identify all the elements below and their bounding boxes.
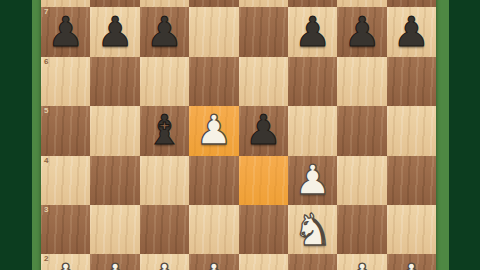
square-g2[interactable]: ♟: [337, 254, 386, 270]
square-b7[interactable]: ♟: [90, 7, 139, 56]
rank-label-3: 3: [44, 206, 48, 214]
white-pawn-d2[interactable]: ♟: [189, 254, 238, 270]
black-pawn-h7[interactable]: ♟: [387, 7, 436, 56]
white-pawn-d5[interactable]: ♟: [189, 106, 238, 155]
square-d3[interactable]: [189, 205, 238, 254]
square-f7[interactable]: ♟: [288, 7, 337, 56]
square-a6[interactable]: 6: [41, 57, 90, 106]
square-d5[interactable]: ♟: [189, 106, 238, 155]
square-h6[interactable]: [387, 57, 436, 106]
square-e3[interactable]: [239, 205, 288, 254]
square-h7[interactable]: ♟: [387, 7, 436, 56]
square-a8[interactable]: [41, 0, 90, 7]
square-e7[interactable]: [239, 7, 288, 56]
square-e6[interactable]: [239, 57, 288, 106]
square-b5[interactable]: [90, 106, 139, 155]
white-pawn-h2[interactable]: ♟: [387, 254, 436, 270]
square-d6[interactable]: [189, 57, 238, 106]
white-knight-f3[interactable]: ♞: [288, 205, 337, 254]
square-b8[interactable]: [90, 0, 139, 7]
square-f5[interactable]: [288, 106, 337, 155]
square-b4[interactable]: [90, 156, 139, 205]
square-a4[interactable]: 4: [41, 156, 90, 205]
square-e4[interactable]: [239, 156, 288, 205]
rank-label-5: 5: [44, 107, 48, 115]
square-h5[interactable]: [387, 106, 436, 155]
rank-label-4: 4: [44, 157, 48, 165]
square-h4[interactable]: [387, 156, 436, 205]
white-pawn-a2[interactable]: ♟: [41, 254, 90, 270]
black-pawn-g7[interactable]: ♟: [337, 7, 386, 56]
black-pawn-a7[interactable]: ♟: [41, 7, 90, 56]
board-left-border: [32, 0, 41, 270]
square-a5[interactable]: 5: [41, 106, 90, 155]
square-g5[interactable]: [337, 106, 386, 155]
black-pawn-e5[interactable]: ♟: [239, 106, 288, 155]
square-f6[interactable]: [288, 57, 337, 106]
square-g8[interactable]: [337, 0, 386, 7]
white-pawn-g2[interactable]: ♟: [337, 254, 386, 270]
square-f2[interactable]: [288, 254, 337, 270]
square-c5[interactable]: ♝: [140, 106, 189, 155]
black-pawn-c7[interactable]: ♟: [140, 7, 189, 56]
square-h3[interactable]: [387, 205, 436, 254]
square-d7[interactable]: [189, 7, 238, 56]
square-c4[interactable]: [140, 156, 189, 205]
rank-label-6: 6: [44, 58, 48, 66]
square-e5[interactable]: ♟: [239, 106, 288, 155]
white-pawn-f4[interactable]: ♟: [288, 156, 337, 205]
black-bishop-c5[interactable]: ♝: [140, 106, 189, 155]
square-e8[interactable]: [239, 0, 288, 7]
square-h8[interactable]: [387, 0, 436, 7]
square-a3[interactable]: 3: [41, 205, 90, 254]
square-a7[interactable]: 7♟: [41, 7, 90, 56]
square-h2[interactable]: ♟: [387, 254, 436, 270]
square-c2[interactable]: ♟: [140, 254, 189, 270]
square-d2[interactable]: ♟: [189, 254, 238, 270]
square-f3[interactable]: ♞: [288, 205, 337, 254]
square-f4[interactable]: ♟: [288, 156, 337, 205]
white-pawn-b2[interactable]: ♟: [90, 254, 139, 270]
square-c3[interactable]: [140, 205, 189, 254]
square-d4[interactable]: [189, 156, 238, 205]
square-e2[interactable]: [239, 254, 288, 270]
chess-app-stage: 7♟♟♟♟♟♟65♝♟♟4♟3♞2♟♟♟♟♟♟: [0, 0, 480, 270]
square-c8[interactable]: [140, 0, 189, 7]
white-pawn-c2[interactable]: ♟: [140, 254, 189, 270]
square-b6[interactable]: [90, 57, 139, 106]
square-c6[interactable]: [140, 57, 189, 106]
square-g4[interactable]: [337, 156, 386, 205]
square-c7[interactable]: ♟: [140, 7, 189, 56]
square-b3[interactable]: [90, 205, 139, 254]
board-right-border: [436, 0, 449, 270]
square-b2[interactable]: ♟: [90, 254, 139, 270]
chess-board: 7♟♟♟♟♟♟65♝♟♟4♟3♞2♟♟♟♟♟♟: [41, 0, 436, 270]
square-g3[interactable]: [337, 205, 386, 254]
black-pawn-f7[interactable]: ♟: [288, 7, 337, 56]
square-f8[interactable]: [288, 0, 337, 7]
square-g7[interactable]: ♟: [337, 7, 386, 56]
square-a2[interactable]: 2♟: [41, 254, 90, 270]
square-g6[interactable]: [337, 57, 386, 106]
square-d8[interactable]: [189, 0, 238, 7]
black-pawn-b7[interactable]: ♟: [90, 7, 139, 56]
